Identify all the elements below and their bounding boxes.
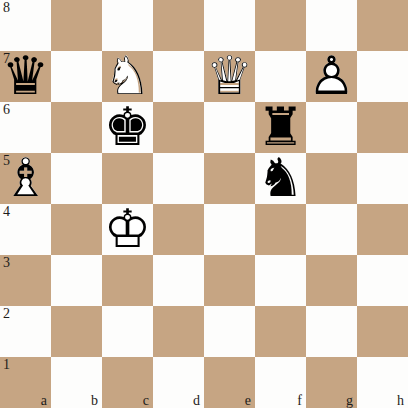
square-h1[interactable]: h [357, 357, 408, 408]
square-c2[interactable] [102, 306, 153, 357]
square-a2[interactable]: 2 [0, 306, 51, 357]
square-e7[interactable]: ♛♕ [204, 51, 255, 102]
black-knight[interactable]: ♞ [255, 153, 306, 204]
rank-label-3: 3 [3, 255, 10, 271]
square-f7[interactable] [255, 51, 306, 102]
rank-label-8: 8 [3, 0, 10, 16]
square-d1[interactable]: d [153, 357, 204, 408]
square-b4[interactable] [51, 204, 102, 255]
file-label-g: g [346, 393, 353, 408]
square-b7[interactable] [51, 51, 102, 102]
square-g4[interactable] [306, 204, 357, 255]
square-e4[interactable] [204, 204, 255, 255]
file-label-d: d [193, 393, 200, 408]
square-h3[interactable] [357, 255, 408, 306]
file-label-a: a [41, 393, 47, 408]
rank-label-1: 1 [3, 357, 10, 373]
square-f5[interactable]: ♞ [255, 153, 306, 204]
square-d2[interactable] [153, 306, 204, 357]
white-queen[interactable]: ♛♕ [204, 51, 255, 102]
square-c1[interactable]: c [102, 357, 153, 408]
square-f3[interactable] [255, 255, 306, 306]
square-d8[interactable] [153, 0, 204, 51]
square-h2[interactable] [357, 306, 408, 357]
square-b6[interactable] [51, 102, 102, 153]
square-e8[interactable] [204, 0, 255, 51]
square-a5[interactable]: 5♝♗ [0, 153, 51, 204]
square-h6[interactable] [357, 102, 408, 153]
square-d5[interactable] [153, 153, 204, 204]
white-knight-outline: ♘ [102, 51, 153, 102]
white-queen-outline: ♕ [204, 51, 255, 102]
square-a7[interactable]: 7♛ [0, 51, 51, 102]
white-pawn[interactable]: ♟♙ [306, 51, 357, 102]
square-c3[interactable] [102, 255, 153, 306]
white-knight[interactable]: ♞♘ [102, 51, 153, 102]
square-d7[interactable] [153, 51, 204, 102]
square-e6[interactable] [204, 102, 255, 153]
square-e1[interactable]: e [204, 357, 255, 408]
square-c8[interactable] [102, 0, 153, 51]
square-a4[interactable]: 4 [0, 204, 51, 255]
black-king-glyph: ♚ [102, 102, 153, 153]
square-h7[interactable] [357, 51, 408, 102]
square-g2[interactable] [306, 306, 357, 357]
black-rook[interactable]: ♜ [255, 102, 306, 153]
square-e5[interactable] [204, 153, 255, 204]
square-d3[interactable] [153, 255, 204, 306]
rank-label-5: 5 [3, 153, 10, 169]
file-label-b: b [91, 393, 98, 408]
square-b5[interactable] [51, 153, 102, 204]
square-a8[interactable]: 8 [0, 0, 51, 51]
square-h8[interactable] [357, 0, 408, 51]
white-king-outline: ♔ [102, 204, 153, 255]
square-c6[interactable]: ♚ [102, 102, 153, 153]
rank-label-7: 7 [3, 51, 10, 67]
file-label-h: h [397, 393, 404, 408]
square-f8[interactable] [255, 0, 306, 51]
square-b2[interactable] [51, 306, 102, 357]
square-g5[interactable] [306, 153, 357, 204]
square-c7[interactable]: ♞♘ [102, 51, 153, 102]
white-pawn-outline: ♙ [306, 51, 357, 102]
square-a3[interactable]: 3 [0, 255, 51, 306]
white-king[interactable]: ♚♔ [102, 204, 153, 255]
rank-label-6: 6 [3, 102, 10, 118]
square-h4[interactable] [357, 204, 408, 255]
square-g6[interactable] [306, 102, 357, 153]
square-e2[interactable] [204, 306, 255, 357]
square-c5[interactable] [102, 153, 153, 204]
square-f2[interactable] [255, 306, 306, 357]
square-g1[interactable]: g [306, 357, 357, 408]
square-h5[interactable] [357, 153, 408, 204]
square-f4[interactable] [255, 204, 306, 255]
chess-board: 87♛♞♘♛♕♟♙6♚♜5♝♗♞4♚♔321abcdefgh [0, 0, 408, 408]
rank-label-2: 2 [3, 306, 10, 322]
rank-label-4: 4 [3, 204, 10, 220]
file-label-e: e [245, 393, 251, 408]
file-label-c: c [143, 393, 149, 408]
square-d6[interactable] [153, 102, 204, 153]
square-a1[interactable]: 1a [0, 357, 51, 408]
black-knight-glyph: ♞ [255, 153, 306, 204]
black-king[interactable]: ♚ [102, 102, 153, 153]
square-g3[interactable] [306, 255, 357, 306]
black-rook-glyph: ♜ [255, 102, 306, 153]
square-c4[interactable]: ♚♔ [102, 204, 153, 255]
square-g7[interactable]: ♟♙ [306, 51, 357, 102]
square-b3[interactable] [51, 255, 102, 306]
square-b1[interactable]: b [51, 357, 102, 408]
file-label-f: f [297, 393, 302, 408]
square-a6[interactable]: 6 [0, 102, 51, 153]
square-g8[interactable] [306, 0, 357, 51]
square-f6[interactable]: ♜ [255, 102, 306, 153]
square-e3[interactable] [204, 255, 255, 306]
square-f1[interactable]: f [255, 357, 306, 408]
square-d4[interactable] [153, 204, 204, 255]
square-b8[interactable] [51, 0, 102, 51]
